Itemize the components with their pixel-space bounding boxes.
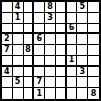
cell-r2c2-given: 1 <box>13 13 24 24</box>
cell-r1c9-empty[interactable] <box>88 2 99 13</box>
cell-r5c3-given: 8 <box>24 45 35 56</box>
cell-r8c5-empty[interactable] <box>45 77 56 88</box>
cell-r5c2-empty[interactable] <box>13 45 24 56</box>
cell-r3c3-empty[interactable] <box>24 24 35 35</box>
cell-r9c4-given: 1 <box>34 88 45 99</box>
cell-r1c1-empty[interactable] <box>2 2 13 13</box>
cell-r3c8-empty[interactable] <box>77 24 88 35</box>
cell-r1c8-given: 5 <box>77 2 88 13</box>
cell-r7c9-empty[interactable] <box>88 67 99 78</box>
cell-r5c5-empty[interactable] <box>45 45 56 56</box>
cell-r7c8-given: 3 <box>77 67 88 78</box>
cell-r4c7-empty[interactable] <box>67 34 78 45</box>
cell-r7c7-empty[interactable] <box>67 67 78 78</box>
cell-r2c7-empty[interactable] <box>67 13 78 24</box>
cell-r4c5-empty[interactable] <box>45 34 56 45</box>
cell-r6c7-given: 1 <box>67 56 78 67</box>
cell-r4c8-empty[interactable] <box>77 34 88 45</box>
cell-r3c9-empty[interactable] <box>88 24 99 35</box>
cell-r4c9-empty[interactable] <box>88 34 99 45</box>
cell-r8c6-empty[interactable] <box>56 77 67 88</box>
cell-r7c1-given: 4 <box>2 67 13 78</box>
cell-r9c3-empty[interactable] <box>24 88 35 99</box>
cell-r3c4-empty[interactable] <box>34 24 45 35</box>
cell-r6c8-empty[interactable] <box>77 56 88 67</box>
cell-r6c9-empty[interactable] <box>88 56 99 67</box>
cell-r8c3-empty[interactable] <box>24 77 35 88</box>
cell-r8c4-given: 7 <box>34 77 45 88</box>
cell-r2c4-empty[interactable] <box>34 13 45 24</box>
cell-r4c4-given: 6 <box>34 34 45 45</box>
cell-r4c6-empty[interactable] <box>56 34 67 45</box>
cell-r3c5-empty[interactable] <box>45 24 56 35</box>
cell-r6c5-empty[interactable] <box>45 56 56 67</box>
cell-r2c1-empty[interactable] <box>2 13 13 24</box>
cell-r7c3-empty[interactable] <box>24 67 35 78</box>
cell-r3c6-empty[interactable] <box>56 24 67 35</box>
cell-r5c8-empty[interactable] <box>77 45 88 56</box>
cell-r2c8-empty[interactable] <box>77 13 88 24</box>
cell-r6c4-empty[interactable] <box>34 56 45 67</box>
cell-r5c4-empty[interactable] <box>34 45 45 56</box>
cell-r8c9-empty[interactable] <box>88 77 99 88</box>
cell-r4c2-empty[interactable] <box>13 34 24 45</box>
cell-r9c1-empty[interactable] <box>2 88 13 99</box>
cell-r2c6-empty[interactable] <box>56 13 67 24</box>
sudoku-board: 48513626781435718 <box>0 0 101 101</box>
cell-r1c4-empty[interactable] <box>34 2 45 13</box>
cell-r2c9-empty[interactable] <box>88 13 99 24</box>
cell-r7c2-empty[interactable] <box>13 67 24 78</box>
cell-r9c7-empty[interactable] <box>67 88 78 99</box>
cell-r3c7-given: 6 <box>67 24 78 35</box>
cell-r5c6-empty[interactable] <box>56 45 67 56</box>
cell-r9c8-empty[interactable] <box>77 88 88 99</box>
cell-r6c2-empty[interactable] <box>13 56 24 67</box>
cell-r8c7-empty[interactable] <box>67 77 78 88</box>
cell-r9c9-given: 8 <box>88 88 99 99</box>
cell-r1c5-given: 8 <box>45 2 56 13</box>
cell-r6c1-empty[interactable] <box>2 56 13 67</box>
cell-r8c8-empty[interactable] <box>77 77 88 88</box>
cell-r7c5-empty[interactable] <box>45 67 56 78</box>
cell-r1c3-empty[interactable] <box>24 2 35 13</box>
cell-r9c2-empty[interactable] <box>13 88 24 99</box>
cell-r3c1-empty[interactable] <box>2 24 13 35</box>
cell-r5c7-empty[interactable] <box>67 45 78 56</box>
cell-r7c6-empty[interactable] <box>56 67 67 78</box>
cell-r8c2-given: 5 <box>13 77 24 88</box>
cell-r6c3-empty[interactable] <box>24 56 35 67</box>
cell-r8c1-empty[interactable] <box>2 77 13 88</box>
cell-r1c2-given: 4 <box>13 2 24 13</box>
cell-r4c1-given: 2 <box>2 34 13 45</box>
cell-r1c7-empty[interactable] <box>67 2 78 13</box>
cell-r4c3-empty[interactable] <box>24 34 35 45</box>
cell-r7c4-empty[interactable] <box>34 67 45 78</box>
cell-r2c5-given: 3 <box>45 13 56 24</box>
cell-r1c6-empty[interactable] <box>56 2 67 13</box>
cell-r6c6-empty[interactable] <box>56 56 67 67</box>
cell-r9c5-empty[interactable] <box>45 88 56 99</box>
cell-r5c1-given: 7 <box>2 45 13 56</box>
cell-r5c9-empty[interactable] <box>88 45 99 56</box>
cell-r3c2-empty[interactable] <box>13 24 24 35</box>
cell-r9c6-empty[interactable] <box>56 88 67 99</box>
cell-r2c3-empty[interactable] <box>24 13 35 24</box>
